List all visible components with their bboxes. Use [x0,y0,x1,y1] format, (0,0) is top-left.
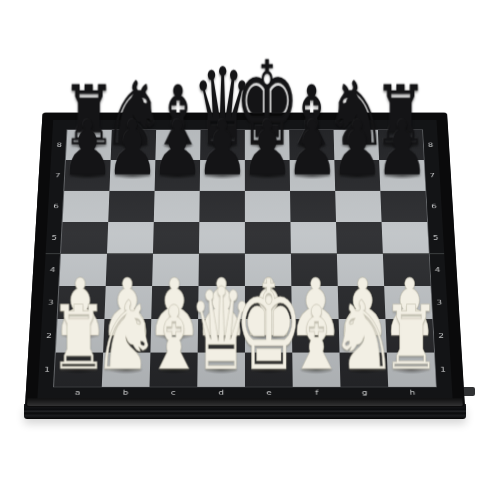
piece-black-pawn-h7[interactable]: ♟ [376,111,429,187]
square-e6[interactable] [245,191,291,222]
frame-sheen [27,398,463,406]
square-h5[interactable] [382,222,429,254]
file-label-h: h [388,387,436,397]
scene: 8877665544332211abcdefgh♜♞♝♛♚♝♞♜♟♟♟♟♟♟♟♟… [0,0,486,486]
square-a6[interactable] [63,191,110,222]
square-b6[interactable] [108,191,154,222]
file-label-e: e [245,387,293,397]
rank-label-left-5: 5 [46,233,62,242]
square-f5[interactable] [290,222,336,254]
file-label-g: g [340,387,388,397]
square-c5[interactable] [153,222,199,254]
file-label-c: c [149,387,197,397]
square-g6[interactable] [335,191,381,222]
rank-label-right-6: 6 [426,202,442,211]
board: 8877665544332211abcdefgh♜♞♝♛♚♝♞♜♟♟♟♟♟♟♟♟… [25,113,465,407]
square-d5[interactable] [199,222,245,254]
square-g5[interactable] [336,222,383,254]
file-label-f: f [293,387,341,397]
square-c6[interactable] [154,191,200,222]
square-d6[interactable] [199,191,245,222]
file-label-d: d [197,387,245,397]
rank-label-right-5: 5 [428,233,444,242]
file-label-b: b [101,387,149,397]
square-b5[interactable] [107,222,154,254]
square-h6[interactable] [380,191,427,222]
file-label-a: a [53,387,101,397]
rank-label-left-6: 6 [48,202,64,211]
square-a5[interactable] [61,222,108,254]
square-f6[interactable] [290,191,336,222]
square-e5[interactable] [245,222,291,254]
